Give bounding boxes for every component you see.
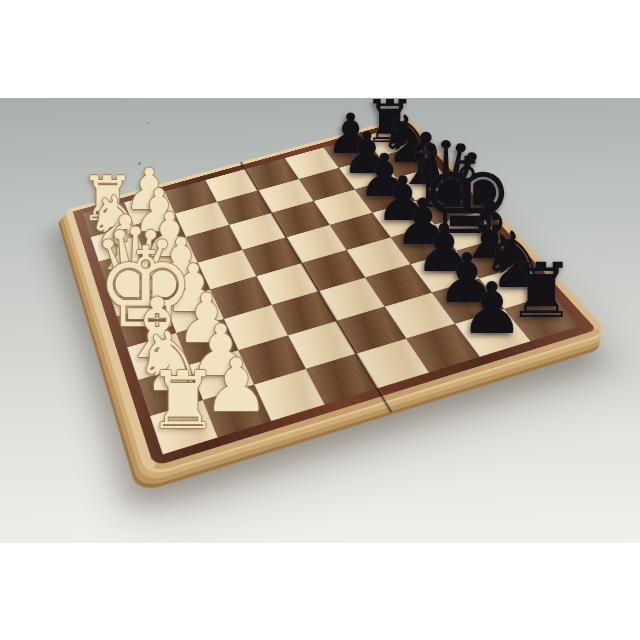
chess-pieces-layer: ♜♞♝♛♚♝♞♜♟♟♟♟♟♟♟♟♟♟♟♟♟♟♟♟♜♞♝♛♚♝♞♜: [0, 98, 640, 543]
photo-backdrop: ♜♞♝♛♚♝♞♜♟♟♟♟♟♟♟♟♟♟♟♟♟♟♟♟♜♞♝♛♚♝♞♜: [0, 98, 640, 543]
piece-glyph: ♟: [460, 273, 524, 344]
piece-glyph: ♜: [147, 361, 218, 440]
photo: ♜♞♝♛♚♝♞♜♟♟♟♟♟♟♟♟♟♟♟♟♟♟♟♟♜♞♝♛♚♝♞♜: [0, 0, 640, 640]
